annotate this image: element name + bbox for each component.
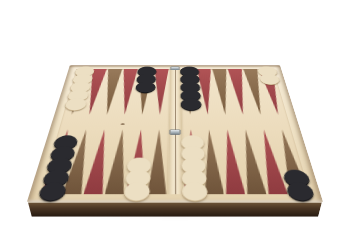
- checker-black[interactable]: ●: [36, 184, 66, 198]
- checker-white[interactable]: ●: [124, 171, 150, 184]
- point-8[interactable]: ●●●: [125, 129, 150, 194]
- point-triangle-red: [256, 129, 288, 194]
- wood-knot: [121, 123, 125, 125]
- point-12[interactable]: ●●●●●: [40, 129, 77, 194]
- board-left-half: ●●●●●●●●●●●●●●●●: [40, 69, 169, 194]
- checker-white[interactable]: ●: [180, 171, 206, 184]
- backgammon-board: ●●●●●●●●●●●●●●●● ●●●●●●●●●●●●●●: [27, 65, 323, 202]
- stack-point-24: ●●: [256, 67, 279, 82]
- point-triangle-brown: [105, 129, 131, 194]
- checker-white[interactable]: ●: [180, 184, 206, 198]
- point-3[interactable]: [236, 129, 267, 194]
- checker-white[interactable]: ●: [180, 148, 204, 159]
- checker-white[interactable]: ●: [63, 99, 86, 108]
- point-triangle-red: [183, 129, 203, 194]
- point-7[interactable]: [146, 129, 168, 194]
- hinge-bottom-icon: [169, 129, 180, 134]
- stack-point-12: ●●●●●: [36, 137, 77, 198]
- stack-point-17: ●●●: [134, 67, 156, 90]
- point-triangle-red: [41, 129, 76, 194]
- point-2[interactable]: [255, 129, 289, 194]
- checker-white[interactable]: ●: [180, 137, 204, 148]
- point-11[interactable]: [61, 129, 95, 194]
- point-5[interactable]: [200, 129, 225, 194]
- point-triangle-brown: [274, 129, 309, 194]
- stack-point-1: ●●: [281, 171, 314, 197]
- checker-black[interactable]: ●: [134, 83, 155, 91]
- point-4[interactable]: [218, 129, 246, 194]
- checker-black[interactable]: ●: [284, 184, 314, 198]
- photo-background: ●●●●●●●●●●●●●●●● ●●●●●●●●●●●●●●: [0, 0, 350, 234]
- checker-black[interactable]: ●: [48, 148, 75, 159]
- checker-white[interactable]: ●: [125, 159, 150, 171]
- stack-point-8: ●●●: [122, 159, 150, 198]
- checker-white[interactable]: ●: [258, 75, 280, 83]
- point-triangle-red: [83, 129, 112, 194]
- point-triangle-red: [126, 129, 149, 194]
- checker-white[interactable]: ●: [122, 184, 149, 198]
- point-6[interactable]: ●●●●●: [182, 129, 204, 194]
- stack-point-6: ●●●●●: [180, 137, 207, 198]
- point-9[interactable]: [104, 129, 132, 194]
- point-triangle-brown: [237, 129, 266, 194]
- point-triangle-brown: [201, 129, 224, 194]
- playing-field: ●●●●●●●●●●●●●●●● ●●●●●●●●●●●●●●: [40, 69, 310, 194]
- point-triangle-brown: [147, 129, 167, 194]
- board-surface: ●●●●●●●●●●●●●●●● ●●●●●●●●●●●●●●: [27, 65, 323, 202]
- board-front-edge: [28, 202, 322, 217]
- point-1[interactable]: ●●: [273, 129, 310, 194]
- stack-point-19: ●●●●●: [179, 67, 201, 108]
- checker-white[interactable]: ●: [180, 159, 205, 171]
- point-triangle-brown: [62, 129, 94, 194]
- point-triangle-red: [219, 129, 245, 194]
- checker-black[interactable]: ●: [51, 137, 77, 148]
- point-10[interactable]: [82, 129, 113, 194]
- checker-black[interactable]: ●: [41, 171, 70, 184]
- board-right-half: ●●●●●●●●●●●●●●: [181, 69, 310, 194]
- hinge-seam: [175, 69, 176, 194]
- checker-black[interactable]: ●: [281, 171, 310, 184]
- point-19[interactable]: ●●●●●: [181, 69, 199, 115]
- checker-black[interactable]: ●: [179, 99, 200, 108]
- checker-black[interactable]: ●: [44, 159, 72, 171]
